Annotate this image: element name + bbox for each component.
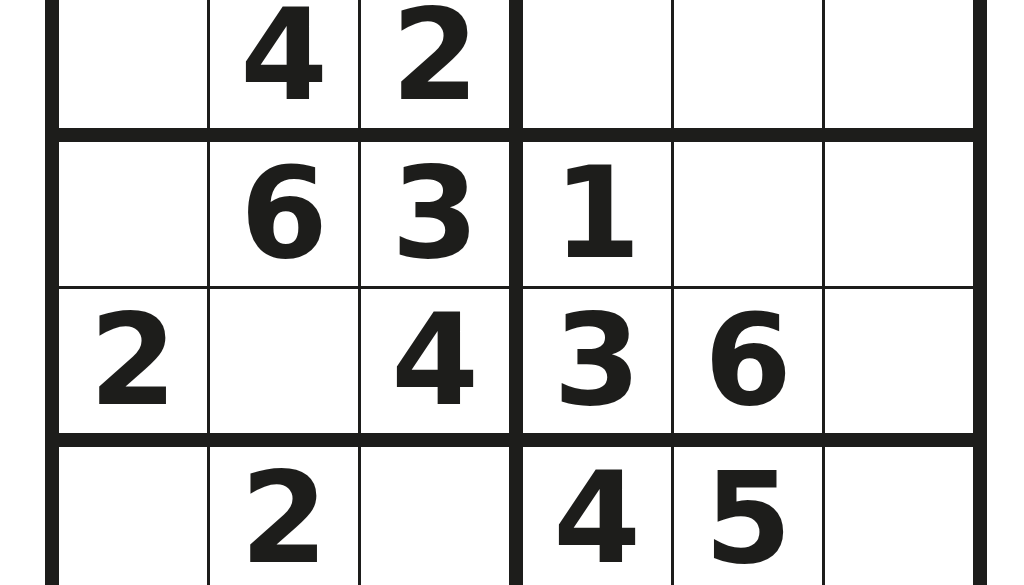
cell-r3c4-given: 1 (523, 142, 671, 286)
cell-r2c6-empty[interactable] (825, 0, 973, 128)
cell-r2c5-empty[interactable] (674, 0, 822, 128)
sudoku-board: 426312436245 (45, 0, 987, 585)
cell-r5c4-given: 4 (523, 447, 671, 585)
cell-r2c2-given: 4 (210, 0, 358, 128)
sudoku-page: 426312436245 (0, 0, 1024, 585)
cell-r3c3-given: 3 (361, 142, 509, 286)
cell-r5c3-empty[interactable] (361, 447, 509, 585)
cell-r2c4-empty[interactable] (523, 0, 671, 128)
cell-r5c1-empty[interactable] (59, 447, 207, 585)
cell-r4c4-given: 3 (523, 289, 671, 433)
cell-r4c6-empty[interactable] (825, 289, 973, 433)
cell-r3c2-given: 6 (210, 142, 358, 286)
cell-r4c3-given: 4 (361, 289, 509, 433)
cell-r3c6-empty[interactable] (825, 142, 973, 286)
cell-r4c5-given: 6 (674, 289, 822, 433)
cell-r3c1-empty[interactable] (59, 142, 207, 286)
cell-r2c1-empty[interactable] (59, 0, 207, 128)
cell-r5c2-given: 2 (210, 447, 358, 585)
cell-r5c6-empty[interactable] (825, 447, 973, 585)
cell-r3c5-empty[interactable] (674, 142, 822, 286)
cell-r2c3-given: 2 (361, 0, 509, 128)
cell-r4c1-given: 2 (59, 289, 207, 433)
cell-r5c5-given: 5 (674, 447, 822, 585)
cell-r4c2-empty[interactable] (210, 289, 358, 433)
